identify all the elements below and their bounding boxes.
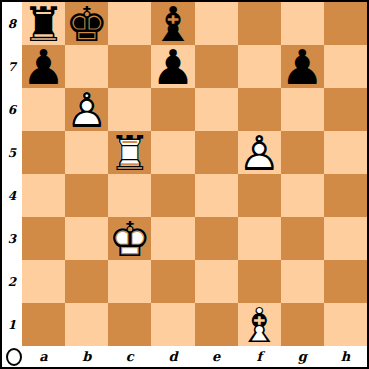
white-pawn-fill: ♟ [65, 88, 108, 131]
square-e3[interactable] [195, 217, 238, 260]
square-e8[interactable] [195, 2, 238, 45]
square-d6[interactable] [151, 88, 194, 131]
file-label: e [195, 346, 238, 367]
square-c4[interactable] [108, 174, 151, 217]
square-b3[interactable] [65, 217, 108, 260]
rank-label: 7 [2, 45, 22, 88]
square-e5[interactable] [195, 131, 238, 174]
white-pawn-fill: ♟ [238, 131, 281, 174]
square-f3[interactable] [238, 217, 281, 260]
square-h1[interactable] [324, 303, 367, 346]
rank-label: 5 [2, 131, 22, 174]
square-h5[interactable] [324, 131, 367, 174]
file-label: b [65, 346, 108, 367]
square-a6[interactable] [22, 88, 65, 131]
white-rook-fill: ♜ [108, 131, 151, 174]
square-g1[interactable] [281, 303, 324, 346]
rank-label: 1 [2, 303, 22, 346]
black-king: ♚ [65, 2, 108, 45]
white-king-fill: ♚ [108, 217, 151, 260]
square-f4[interactable] [238, 174, 281, 217]
square-b7[interactable] [65, 45, 108, 88]
square-c3[interactable]: ♚♔ [108, 217, 151, 260]
square-b5[interactable] [65, 131, 108, 174]
file-label: h [324, 346, 367, 367]
square-h2[interactable] [324, 260, 367, 303]
square-g4[interactable] [281, 174, 324, 217]
square-d8[interactable]: ♝ [151, 2, 194, 45]
square-g5[interactable] [281, 131, 324, 174]
square-a2[interactable] [22, 260, 65, 303]
square-f6[interactable] [238, 88, 281, 131]
white-to-move-indicator [6, 348, 22, 366]
file-label: a [22, 346, 65, 367]
black-rook: ♜ [22, 2, 65, 45]
square-a5[interactable] [22, 131, 65, 174]
square-e6[interactable] [195, 88, 238, 131]
chess-diagram: 87654321 ♜♚♝♟♟♟♟♙♜♖♟♙♚♔♝♗ abcdefgh [0, 0, 369, 369]
square-g7[interactable]: ♟ [281, 45, 324, 88]
square-g6[interactable] [281, 88, 324, 131]
square-c6[interactable] [108, 88, 151, 131]
square-h6[interactable] [324, 88, 367, 131]
rank-labels: 87654321 [2, 2, 22, 346]
square-a1[interactable] [22, 303, 65, 346]
chess-board: ♜♚♝♟♟♟♟♙♜♖♟♙♚♔♝♗ [22, 2, 367, 346]
square-b1[interactable] [65, 303, 108, 346]
square-d4[interactable] [151, 174, 194, 217]
square-b4[interactable] [65, 174, 108, 217]
square-d3[interactable] [151, 217, 194, 260]
square-a7[interactable]: ♟ [22, 45, 65, 88]
square-a3[interactable] [22, 217, 65, 260]
square-g2[interactable] [281, 260, 324, 303]
square-f5[interactable]: ♟♙ [238, 131, 281, 174]
white-king: ♔ [108, 217, 151, 260]
square-c2[interactable] [108, 260, 151, 303]
file-label: d [151, 346, 194, 367]
white-bishop-fill: ♝ [238, 303, 281, 346]
square-c1[interactable] [108, 303, 151, 346]
square-g3[interactable] [281, 217, 324, 260]
file-label: f [238, 346, 281, 367]
file-label: g [281, 346, 324, 367]
square-b6[interactable]: ♟♙ [65, 88, 108, 131]
square-h4[interactable] [324, 174, 367, 217]
square-f2[interactable] [238, 260, 281, 303]
square-f8[interactable] [238, 2, 281, 45]
black-pawn: ♟ [22, 45, 65, 88]
rank-label: 8 [2, 2, 22, 45]
square-d1[interactable] [151, 303, 194, 346]
square-h7[interactable] [324, 45, 367, 88]
square-c8[interactable] [108, 2, 151, 45]
square-e7[interactable] [195, 45, 238, 88]
square-h8[interactable] [324, 2, 367, 45]
white-bishop: ♗ [238, 303, 281, 346]
square-e1[interactable] [195, 303, 238, 346]
square-e2[interactable] [195, 260, 238, 303]
move-indicator-area [2, 346, 22, 367]
square-d7[interactable]: ♟ [151, 45, 194, 88]
square-g8[interactable] [281, 2, 324, 45]
square-d5[interactable] [151, 131, 194, 174]
square-a4[interactable] [22, 174, 65, 217]
white-rook: ♖ [108, 131, 151, 174]
white-pawn: ♙ [238, 131, 281, 174]
white-pawn: ♙ [65, 88, 108, 131]
square-c7[interactable] [108, 45, 151, 88]
square-b2[interactable] [65, 260, 108, 303]
square-f1[interactable]: ♝♗ [238, 303, 281, 346]
black-pawn: ♟ [151, 45, 194, 88]
square-e4[interactable] [195, 174, 238, 217]
file-label: c [108, 346, 151, 367]
square-h3[interactable] [324, 217, 367, 260]
black-bishop: ♝ [151, 2, 194, 45]
square-d2[interactable] [151, 260, 194, 303]
file-labels: abcdefgh [22, 346, 367, 367]
square-a8[interactable]: ♜ [22, 2, 65, 45]
square-b8[interactable]: ♚ [65, 2, 108, 45]
square-c5[interactable]: ♜♖ [108, 131, 151, 174]
rank-label: 3 [2, 217, 22, 260]
square-f7[interactable] [238, 45, 281, 88]
black-pawn: ♟ [281, 45, 324, 88]
rank-label: 6 [2, 88, 22, 131]
rank-label: 4 [2, 174, 22, 217]
rank-label: 2 [2, 260, 22, 303]
